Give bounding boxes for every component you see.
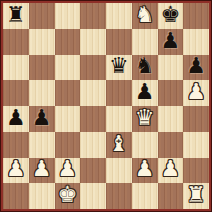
square-h1[interactable]: ♜ bbox=[183, 183, 209, 209]
square-h6[interactable]: ♟ bbox=[183, 55, 209, 81]
square-d1[interactable] bbox=[80, 183, 106, 209]
square-f4[interactable]: ♛ bbox=[132, 106, 158, 132]
square-c8[interactable] bbox=[55, 3, 81, 29]
square-h2[interactable] bbox=[183, 158, 209, 184]
square-d2[interactable] bbox=[80, 158, 106, 184]
black-pawn[interactable]: ♟ bbox=[32, 107, 52, 129]
square-a4[interactable]: ♟ bbox=[3, 106, 29, 132]
black-rook[interactable]: ♜ bbox=[6, 4, 26, 26]
white-pawn[interactable]: ♟ bbox=[135, 158, 155, 180]
white-pawn[interactable]: ♟ bbox=[32, 158, 52, 180]
square-b7[interactable] bbox=[29, 29, 55, 55]
square-g6[interactable] bbox=[158, 55, 184, 81]
square-g3[interactable] bbox=[158, 132, 184, 158]
square-b5[interactable] bbox=[29, 80, 55, 106]
square-a6[interactable] bbox=[3, 55, 29, 81]
square-c5[interactable] bbox=[55, 80, 81, 106]
square-e6[interactable]: ♛ bbox=[106, 55, 132, 81]
square-d4[interactable] bbox=[80, 106, 106, 132]
square-e1[interactable] bbox=[106, 183, 132, 209]
black-king[interactable]: ♚ bbox=[161, 4, 181, 26]
square-g5[interactable] bbox=[158, 80, 184, 106]
square-h3[interactable] bbox=[183, 132, 209, 158]
white-pawn[interactable]: ♟ bbox=[58, 158, 78, 180]
square-c4[interactable] bbox=[55, 106, 81, 132]
square-a7[interactable] bbox=[3, 29, 29, 55]
white-pawn[interactable]: ♟ bbox=[6, 158, 26, 180]
black-queen[interactable]: ♛ bbox=[109, 55, 129, 77]
white-bishop[interactable]: ♝ bbox=[109, 133, 129, 155]
square-d3[interactable] bbox=[80, 132, 106, 158]
square-c7[interactable] bbox=[55, 29, 81, 55]
square-a8[interactable]: ♜ bbox=[3, 3, 29, 29]
white-rook[interactable]: ♜ bbox=[186, 184, 206, 206]
square-d8[interactable] bbox=[80, 3, 106, 29]
black-pawn[interactable]: ♟ bbox=[135, 81, 155, 103]
square-g2[interactable]: ♟ bbox=[158, 158, 184, 184]
white-knight[interactable]: ♞ bbox=[135, 4, 155, 26]
square-e7[interactable] bbox=[106, 29, 132, 55]
white-pawn[interactable]: ♟ bbox=[186, 81, 206, 103]
square-g8[interactable]: ♚ bbox=[158, 3, 184, 29]
square-e4[interactable] bbox=[106, 106, 132, 132]
square-b2[interactable]: ♟ bbox=[29, 158, 55, 184]
square-f5[interactable]: ♟ bbox=[132, 80, 158, 106]
square-f8[interactable]: ♞ bbox=[132, 3, 158, 29]
square-d7[interactable] bbox=[80, 29, 106, 55]
black-pawn[interactable]: ♟ bbox=[186, 55, 206, 77]
black-pawn[interactable]: ♟ bbox=[6, 107, 26, 129]
square-d6[interactable] bbox=[80, 55, 106, 81]
square-d5[interactable] bbox=[80, 80, 106, 106]
square-h8[interactable] bbox=[183, 3, 209, 29]
square-f7[interactable] bbox=[132, 29, 158, 55]
square-c6[interactable] bbox=[55, 55, 81, 81]
square-g7[interactable]: ♟ bbox=[158, 29, 184, 55]
square-h5[interactable]: ♟ bbox=[183, 80, 209, 106]
square-f3[interactable] bbox=[132, 132, 158, 158]
chess-board: ♜♞♚♟♛♞♟♟♟♟♟♛♝♟♟♟♟♟♚♜ bbox=[3, 3, 209, 209]
square-c2[interactable]: ♟ bbox=[55, 158, 81, 184]
square-a1[interactable] bbox=[3, 183, 29, 209]
square-e8[interactable] bbox=[106, 3, 132, 29]
white-pawn[interactable]: ♟ bbox=[161, 158, 181, 180]
square-f6[interactable]: ♞ bbox=[132, 55, 158, 81]
square-f2[interactable]: ♟ bbox=[132, 158, 158, 184]
square-b3[interactable] bbox=[29, 132, 55, 158]
chess-board-frame: ♜♞♚♟♛♞♟♟♟♟♟♛♝♟♟♟♟♟♚♜ bbox=[0, 0, 212, 212]
square-c1[interactable]: ♚ bbox=[55, 183, 81, 209]
square-b6[interactable] bbox=[29, 55, 55, 81]
square-g4[interactable] bbox=[158, 106, 184, 132]
square-a5[interactable] bbox=[3, 80, 29, 106]
square-h4[interactable] bbox=[183, 106, 209, 132]
square-h7[interactable] bbox=[183, 29, 209, 55]
square-a2[interactable]: ♟ bbox=[3, 158, 29, 184]
white-king[interactable]: ♚ bbox=[58, 184, 78, 206]
square-e5[interactable] bbox=[106, 80, 132, 106]
black-knight[interactable]: ♞ bbox=[135, 55, 155, 77]
black-pawn[interactable]: ♟ bbox=[161, 30, 181, 52]
square-g1[interactable] bbox=[158, 183, 184, 209]
square-a3[interactable] bbox=[3, 132, 29, 158]
square-e3[interactable]: ♝ bbox=[106, 132, 132, 158]
square-c3[interactable] bbox=[55, 132, 81, 158]
square-b8[interactable] bbox=[29, 3, 55, 29]
square-f1[interactable] bbox=[132, 183, 158, 209]
square-e2[interactable] bbox=[106, 158, 132, 184]
white-queen[interactable]: ♛ bbox=[135, 107, 155, 129]
square-b1[interactable] bbox=[29, 183, 55, 209]
square-b4[interactable]: ♟ bbox=[29, 106, 55, 132]
